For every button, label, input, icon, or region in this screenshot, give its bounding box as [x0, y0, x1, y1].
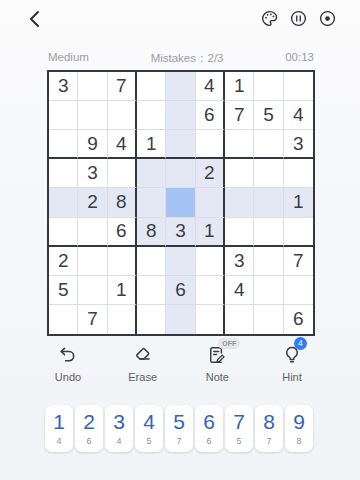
cell-r6c3[interactable]: 6 — [108, 218, 137, 247]
cell-r3c6[interactable] — [196, 130, 225, 159]
cell-r7c5[interactable] — [166, 247, 195, 276]
cell-r5c6[interactable] — [196, 188, 225, 217]
cell-r1c9[interactable] — [284, 72, 313, 101]
cell-r6c6[interactable]: 1 — [196, 218, 225, 247]
cell-r2c6[interactable]: 6 — [196, 101, 225, 130]
numpad-8[interactable]: 87 — [255, 405, 283, 452]
cell-r9c2[interactable]: 7 — [78, 305, 107, 334]
undo-icon — [56, 343, 80, 367]
header-actions — [260, 9, 337, 28]
cell-r8c1[interactable]: 5 — [49, 276, 78, 305]
cell-r8c7[interactable]: 4 — [225, 276, 254, 305]
cell-r4c8[interactable] — [254, 159, 283, 188]
numpad-1[interactable]: 14 — [45, 405, 73, 452]
erase-label: Erase — [128, 371, 157, 383]
cell-r7c9[interactable]: 7 — [284, 247, 313, 276]
cell-r2c9[interactable]: 4 — [284, 101, 313, 130]
hint-label: Hint — [282, 371, 302, 383]
cell-r1c4[interactable] — [137, 72, 166, 101]
cell-r4c4[interactable] — [137, 159, 166, 188]
status-bar: Medium Mistakes：2/3 00:13 — [48, 51, 314, 66]
cell-r1c8[interactable] — [254, 72, 283, 101]
cell-r9c3[interactable] — [108, 305, 137, 334]
cell-r4c1[interactable] — [49, 159, 78, 188]
circle-dot-icon — [318, 9, 337, 28]
cell-r9c1[interactable] — [49, 305, 78, 334]
cell-r8c5[interactable]: 6 — [166, 276, 195, 305]
cell-r7c8[interactable] — [254, 247, 283, 276]
note-icon: OFF — [205, 343, 229, 367]
cell-r9c6[interactable] — [196, 305, 225, 334]
cell-r7c1[interactable]: 2 — [49, 247, 78, 276]
cell-r9c8[interactable] — [254, 305, 283, 334]
cell-r1c6[interactable]: 4 — [196, 72, 225, 101]
cell-r6c1[interactable] — [49, 218, 78, 247]
cell-r6c8[interactable] — [254, 218, 283, 247]
cell-r9c9[interactable]: 6 — [284, 305, 313, 334]
undo-button[interactable]: Undo — [36, 343, 100, 383]
cell-r8c3[interactable]: 1 — [108, 276, 137, 305]
cell-r6c4[interactable]: 8 — [137, 218, 166, 247]
cell-r7c3[interactable] — [108, 247, 137, 276]
hint-button[interactable]: 4 Hint — [260, 343, 324, 383]
cell-r1c3[interactable]: 7 — [108, 72, 137, 101]
cell-r5c8[interactable] — [254, 188, 283, 217]
cell-r5c9[interactable]: 1 — [284, 188, 313, 217]
theme-button[interactable] — [260, 9, 279, 28]
cell-r4c3[interactable] — [108, 159, 137, 188]
erase-button[interactable]: Erase — [111, 343, 175, 383]
cell-r6c2[interactable] — [78, 218, 107, 247]
cell-r2c2[interactable] — [78, 101, 107, 130]
cell-r3c8[interactable] — [254, 130, 283, 159]
cell-r2c8[interactable]: 5 — [254, 101, 283, 130]
cell-r2c1[interactable] — [49, 101, 78, 130]
cell-r2c7[interactable]: 7 — [225, 101, 254, 130]
numpad-9[interactable]: 98 — [285, 405, 313, 452]
cell-r4c5[interactable] — [166, 159, 195, 188]
cell-r5c2[interactable]: 2 — [78, 188, 107, 217]
numpad-6[interactable]: 66 — [195, 405, 223, 452]
difficulty-label: Medium — [48, 51, 89, 66]
cell-r6c5[interactable]: 3 — [166, 218, 195, 247]
cell-r1c1[interactable]: 3 — [49, 72, 78, 101]
cell-r7c4[interactable] — [137, 247, 166, 276]
cell-r3c4[interactable]: 1 — [137, 130, 166, 159]
back-button[interactable] — [24, 8, 46, 30]
cell-r4c9[interactable] — [284, 159, 313, 188]
cell-r8c2[interactable] — [78, 276, 107, 305]
note-label: Note — [206, 371, 229, 383]
cell-r5c5[interactable] — [166, 188, 195, 217]
focus-button[interactable] — [318, 9, 337, 28]
cell-r4c7[interactable] — [225, 159, 254, 188]
toolbar: Undo Erase OFF Note — [36, 343, 324, 383]
cell-r2c3[interactable] — [108, 101, 137, 130]
cell-r7c2[interactable] — [78, 247, 107, 276]
cell-r6c9[interactable] — [284, 218, 313, 247]
sudoku-app: Medium Mistakes：2/3 00:13 37416754941332… — [0, 0, 360, 480]
sudoku-grid: 374167549413322816831237516476 — [47, 70, 315, 336]
number-pad: 14 26 34 45 57 66 75 87 98 — [45, 405, 313, 452]
numpad-7[interactable]: 75 — [225, 405, 253, 452]
cell-r9c5[interactable] — [166, 305, 195, 334]
cell-r5c4[interactable] — [137, 188, 166, 217]
cell-r9c4[interactable] — [137, 305, 166, 334]
numpad-5[interactable]: 57 — [165, 405, 193, 452]
cell-r8c6[interactable] — [196, 276, 225, 305]
numpad-4[interactable]: 45 — [135, 405, 163, 452]
cell-r4c6[interactable]: 2 — [196, 159, 225, 188]
cell-r7c6[interactable] — [196, 247, 225, 276]
cell-r8c8[interactable] — [254, 276, 283, 305]
mistakes-label: Mistakes：2/3 — [151, 51, 224, 66]
cell-r2c5[interactable] — [166, 101, 195, 130]
cell-r3c5[interactable] — [166, 130, 195, 159]
cell-r1c5[interactable] — [166, 72, 195, 101]
cell-r4c2[interactable]: 3 — [78, 159, 107, 188]
note-off-badge: OFF — [218, 338, 240, 349]
lightbulb-icon: 4 — [280, 343, 304, 367]
cell-r1c2[interactable] — [78, 72, 107, 101]
cell-r8c9[interactable] — [284, 276, 313, 305]
palette-icon — [260, 9, 279, 28]
cell-r5c3[interactable]: 8 — [108, 188, 137, 217]
back-chevron-icon — [27, 10, 43, 28]
eraser-icon — [131, 343, 155, 367]
cell-r6c7[interactable] — [225, 218, 254, 247]
pause-button[interactable] — [289, 9, 308, 28]
cell-r3c7[interactable] — [225, 130, 254, 159]
cell-r1c7[interactable]: 1 — [225, 72, 254, 101]
cell-r5c1[interactable] — [49, 188, 78, 217]
cell-r3c9[interactable]: 3 — [284, 130, 313, 159]
numpad-2[interactable]: 26 — [75, 405, 103, 452]
pause-icon — [289, 9, 308, 28]
note-button[interactable]: OFF Note — [185, 343, 249, 383]
cell-r2c4[interactable] — [137, 101, 166, 130]
undo-label: Undo — [55, 371, 81, 383]
cell-r3c2[interactable]: 9 — [78, 130, 107, 159]
cell-r5c7[interactable] — [225, 188, 254, 217]
timer-label: 00:13 — [285, 51, 314, 66]
cell-r7c7[interactable]: 3 — [225, 247, 254, 276]
cell-r3c1[interactable] — [49, 130, 78, 159]
numpad-3[interactable]: 34 — [105, 405, 133, 452]
hint-count-badge: 4 — [294, 337, 307, 350]
cell-r8c4[interactable] — [137, 276, 166, 305]
cell-r3c3[interactable]: 4 — [108, 130, 137, 159]
cell-r9c7[interactable] — [225, 305, 254, 334]
